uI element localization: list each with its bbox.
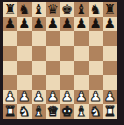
square-e1[interactable]: ♚ — [60, 104, 74, 119]
square-d7[interactable]: ♟ — [46, 17, 60, 32]
square-e3[interactable] — [60, 75, 74, 90]
white-pawn-e2[interactable]: ♟ — [61, 90, 73, 104]
white-rook-h1[interactable]: ♜ — [104, 104, 116, 118]
square-h5[interactable] — [103, 46, 117, 61]
square-b3[interactable] — [17, 75, 31, 90]
square-c8[interactable]: ♝ — [32, 2, 46, 17]
black-pawn-e7[interactable]: ♟ — [61, 17, 73, 31]
black-rook-a8[interactable]: ♜ — [4, 2, 16, 16]
square-g5[interactable] — [89, 46, 103, 61]
square-a5[interactable] — [3, 46, 17, 61]
white-pawn-c2[interactable]: ♟ — [33, 90, 45, 104]
square-d4[interactable] — [46, 61, 60, 76]
square-d2[interactable]: ♟ — [46, 90, 60, 105]
square-a3[interactable] — [3, 75, 17, 90]
square-b5[interactable] — [17, 46, 31, 61]
black-bishop-c8[interactable]: ♝ — [33, 2, 45, 16]
black-pawn-d7[interactable]: ♟ — [47, 17, 59, 31]
square-f8[interactable]: ♝ — [74, 2, 88, 17]
square-c1[interactable]: ♝ — [32, 104, 46, 119]
square-g1[interactable]: ♞ — [89, 104, 103, 119]
black-pawn-a7[interactable]: ♟ — [4, 17, 16, 31]
black-rook-h8[interactable]: ♜ — [104, 2, 116, 16]
square-a6[interactable] — [3, 31, 17, 46]
black-queen-d8[interactable]: ♛ — [47, 2, 59, 16]
square-f1[interactable]: ♝ — [74, 104, 88, 119]
square-c4[interactable] — [32, 61, 46, 76]
square-f7[interactable]: ♟ — [74, 17, 88, 32]
white-bishop-f1[interactable]: ♝ — [75, 104, 87, 118]
square-b4[interactable] — [17, 61, 31, 76]
square-b2[interactable]: ♟ — [17, 90, 31, 105]
black-pawn-b7[interactable]: ♟ — [18, 17, 30, 31]
square-e6[interactable] — [60, 31, 74, 46]
black-pawn-h7[interactable]: ♟ — [104, 17, 116, 31]
square-h3[interactable] — [103, 75, 117, 90]
square-g8[interactable]: ♞ — [89, 2, 103, 17]
white-pawn-d2[interactable]: ♟ — [47, 90, 59, 104]
white-knight-b1[interactable]: ♞ — [18, 104, 30, 118]
white-pawn-h2[interactable]: ♟ — [104, 90, 116, 104]
square-b7[interactable]: ♟ — [17, 17, 31, 32]
square-a7[interactable]: ♟ — [3, 17, 17, 32]
square-g2[interactable]: ♟ — [89, 90, 103, 105]
square-e8[interactable]: ♚ — [60, 2, 74, 17]
square-d1[interactable]: ♛ — [46, 104, 60, 119]
square-h1[interactable]: ♜ — [103, 104, 117, 119]
black-pawn-c7[interactable]: ♟ — [33, 17, 45, 31]
square-a4[interactable] — [3, 61, 17, 76]
chess-app-window: ♜♞♝♛♚♝♞♜♟♟♟♟♟♟♟♟♟♟♟♟♟♟♟♟♜♞♝♛♚♝♞♜ — [0, 0, 124, 125]
square-b6[interactable] — [17, 31, 31, 46]
square-h4[interactable] — [103, 61, 117, 76]
square-c7[interactable]: ♟ — [32, 17, 46, 32]
square-d6[interactable] — [46, 31, 60, 46]
square-c3[interactable] — [32, 75, 46, 90]
white-rook-a1[interactable]: ♜ — [4, 104, 16, 118]
square-e7[interactable]: ♟ — [60, 17, 74, 32]
black-pawn-f7[interactable]: ♟ — [75, 17, 87, 31]
square-g4[interactable] — [89, 61, 103, 76]
square-h7[interactable]: ♟ — [103, 17, 117, 32]
square-e5[interactable] — [60, 46, 74, 61]
square-g7[interactable]: ♟ — [89, 17, 103, 32]
square-a2[interactable]: ♟ — [3, 90, 17, 105]
white-pawn-a2[interactable]: ♟ — [4, 90, 16, 104]
square-d8[interactable]: ♛ — [46, 2, 60, 17]
square-f4[interactable] — [74, 61, 88, 76]
square-e4[interactable] — [60, 61, 74, 76]
square-g6[interactable] — [89, 31, 103, 46]
square-f2[interactable]: ♟ — [74, 90, 88, 105]
white-pawn-f2[interactable]: ♟ — [75, 90, 87, 104]
white-queen-d1[interactable]: ♛ — [47, 104, 59, 118]
square-c5[interactable] — [32, 46, 46, 61]
square-d3[interactable] — [46, 75, 60, 90]
square-f3[interactable] — [74, 75, 88, 90]
black-king-e8[interactable]: ♚ — [61, 2, 73, 16]
square-c2[interactable]: ♟ — [32, 90, 46, 105]
black-bishop-f8[interactable]: ♝ — [75, 2, 87, 16]
black-knight-g8[interactable]: ♞ — [90, 2, 102, 16]
white-bishop-c1[interactable]: ♝ — [33, 104, 45, 118]
black-knight-b8[interactable]: ♞ — [18, 2, 30, 16]
chess-board: ♜♞♝♛♚♝♞♜♟♟♟♟♟♟♟♟♟♟♟♟♟♟♟♟♜♞♝♛♚♝♞♜ — [3, 2, 117, 119]
square-h2[interactable]: ♟ — [103, 90, 117, 105]
square-f5[interactable] — [74, 46, 88, 61]
square-d5[interactable] — [46, 46, 60, 61]
square-a8[interactable]: ♜ — [3, 2, 17, 17]
square-c6[interactable] — [32, 31, 46, 46]
square-b8[interactable]: ♞ — [17, 2, 31, 17]
black-pawn-g7[interactable]: ♟ — [90, 17, 102, 31]
square-a1[interactable]: ♜ — [3, 104, 17, 119]
square-e2[interactable]: ♟ — [60, 90, 74, 105]
square-g3[interactable] — [89, 75, 103, 90]
square-h8[interactable]: ♜ — [103, 2, 117, 17]
square-h6[interactable] — [103, 31, 117, 46]
white-knight-g1[interactable]: ♞ — [90, 104, 102, 118]
white-king-e1[interactable]: ♚ — [61, 104, 73, 118]
square-b1[interactable]: ♞ — [17, 104, 31, 119]
square-f6[interactable] — [74, 31, 88, 46]
white-pawn-g2[interactable]: ♟ — [90, 90, 102, 104]
white-pawn-b2[interactable]: ♟ — [18, 90, 30, 104]
